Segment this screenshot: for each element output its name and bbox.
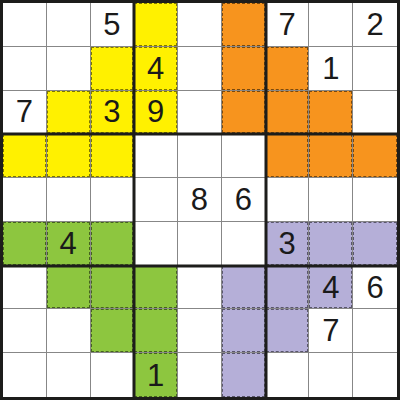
cell-r6c6[interactable] — [222, 222, 266, 266]
cell-r2c7[interactable] — [266, 47, 310, 91]
given-digit: 1 — [147, 360, 164, 391]
given-digit: 2 — [366, 9, 383, 40]
cell-r2c3[interactable] — [91, 47, 135, 91]
cell-r8c1[interactable] — [3, 309, 47, 353]
cell-r3c1[interactable]: 7 — [3, 91, 47, 135]
cell-r4c1[interactable] — [3, 134, 47, 178]
given-digit: 4 — [147, 53, 164, 84]
cell-r4c3[interactable] — [91, 134, 135, 178]
cell-r9c1[interactable] — [3, 353, 47, 397]
cell-r7c1[interactable] — [3, 266, 47, 310]
given-digit: 1 — [322, 53, 339, 84]
cell-r7c9[interactable]: 6 — [353, 266, 397, 310]
cell-r5c8[interactable] — [309, 178, 353, 222]
cell-r7c3[interactable] — [91, 266, 135, 310]
given-digit: 9 — [147, 96, 164, 127]
cell-r3c2[interactable] — [47, 91, 91, 135]
given-digit: 3 — [103, 96, 120, 127]
cell-r6c9[interactable] — [353, 222, 397, 266]
cell-r3c9[interactable] — [353, 91, 397, 135]
cell-r8c2[interactable] — [47, 309, 91, 353]
cell-r2c1[interactable] — [3, 47, 47, 91]
given-digit: 3 — [278, 228, 295, 259]
given-digit: 7 — [278, 9, 295, 40]
cell-r7c5[interactable] — [178, 266, 222, 310]
cell-r5c2[interactable] — [47, 178, 91, 222]
cell-r5c6[interactable]: 6 — [222, 178, 266, 222]
cell-r1c1[interactable] — [3, 3, 47, 47]
given-digit: 7 — [16, 96, 33, 127]
cell-r8c9[interactable] — [353, 309, 397, 353]
cell-r1c3[interactable]: 5 — [91, 3, 135, 47]
cell-r9c5[interactable] — [178, 353, 222, 397]
cell-r6c1[interactable] — [3, 222, 47, 266]
cell-r9c9[interactable] — [353, 353, 397, 397]
cell-r4c7[interactable] — [266, 134, 310, 178]
cell-r4c6[interactable] — [222, 134, 266, 178]
cell-r1c8[interactable] — [309, 3, 353, 47]
cell-r3c6[interactable] — [222, 91, 266, 135]
cell-r1c6[interactable] — [222, 3, 266, 47]
cell-r8c8[interactable]: 7 — [309, 309, 353, 353]
cell-r8c3[interactable] — [91, 309, 135, 353]
cell-r5c9[interactable] — [353, 178, 397, 222]
given-digit: 8 — [191, 184, 208, 215]
cell-r7c7[interactable] — [266, 266, 310, 310]
cell-r7c8[interactable]: 4 — [309, 266, 353, 310]
cell-r6c5[interactable] — [178, 222, 222, 266]
given-digit: 6 — [366, 272, 383, 303]
cell-r2c8[interactable]: 1 — [309, 47, 353, 91]
cell-r8c5[interactable] — [178, 309, 222, 353]
cell-r6c7[interactable]: 3 — [266, 222, 310, 266]
cell-r9c4[interactable]: 1 — [134, 353, 178, 397]
cell-r6c4[interactable] — [134, 222, 178, 266]
cell-r3c7[interactable] — [266, 91, 310, 135]
given-digit: 4 — [60, 228, 77, 259]
cell-r7c2[interactable] — [47, 266, 91, 310]
cell-r1c9[interactable]: 2 — [353, 3, 397, 47]
cell-r6c2[interactable]: 4 — [47, 222, 91, 266]
cell-r2c2[interactable] — [47, 47, 91, 91]
cell-r8c4[interactable] — [134, 309, 178, 353]
cell-r9c7[interactable] — [266, 353, 310, 397]
cell-r3c3[interactable]: 3 — [91, 91, 135, 135]
cell-r3c5[interactable] — [178, 91, 222, 135]
cell-r1c5[interactable] — [178, 3, 222, 47]
given-digit: 6 — [235, 184, 252, 215]
cell-r9c3[interactable] — [91, 353, 135, 397]
given-digit: 4 — [322, 272, 339, 303]
cell-r2c6[interactable] — [222, 47, 266, 91]
cell-r9c8[interactable] — [309, 353, 353, 397]
cell-r1c7[interactable]: 7 — [266, 3, 310, 47]
cell-r1c4[interactable] — [134, 3, 178, 47]
cell-r6c3[interactable] — [91, 222, 135, 266]
cell-r3c4[interactable]: 9 — [134, 91, 178, 135]
cell-r4c9[interactable] — [353, 134, 397, 178]
sudoku-board: 5724173986434671 — [0, 0, 400, 400]
cell-r7c4[interactable] — [134, 266, 178, 310]
cell-r6c8[interactable] — [309, 222, 353, 266]
cell-r2c9[interactable] — [353, 47, 397, 91]
given-digit: 5 — [103, 9, 120, 40]
cell-r1c2[interactable] — [47, 3, 91, 47]
cell-r5c7[interactable] — [266, 178, 310, 222]
cell-r8c6[interactable] — [222, 309, 266, 353]
given-digit: 7 — [322, 315, 339, 346]
cell-r7c6[interactable] — [222, 266, 266, 310]
cell-r4c5[interactable] — [178, 134, 222, 178]
cell-r4c8[interactable] — [309, 134, 353, 178]
cell-r5c4[interactable] — [134, 178, 178, 222]
cell-r5c1[interactable] — [3, 178, 47, 222]
cell-r9c2[interactable] — [47, 353, 91, 397]
cell-r4c4[interactable] — [134, 134, 178, 178]
cell-r2c4[interactable]: 4 — [134, 47, 178, 91]
cell-r8c7[interactable] — [266, 309, 310, 353]
cell-r3c8[interactable] — [309, 91, 353, 135]
cell-r4c2[interactable] — [47, 134, 91, 178]
cell-r5c3[interactable] — [91, 178, 135, 222]
cell-r5c5[interactable]: 8 — [178, 178, 222, 222]
cell-r9c6[interactable] — [222, 353, 266, 397]
cell-r2c5[interactable] — [178, 47, 222, 91]
